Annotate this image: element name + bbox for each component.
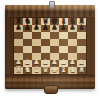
white-king[interactable]: ♚ (51, 66, 58, 74)
black-pawn[interactable]: ♟ (69, 24, 75, 31)
square-h1[interactable]: ♜ (77, 67, 86, 74)
square-c6[interactable] (32, 32, 41, 39)
hinge-clasp-icon (49, 1, 55, 9)
black-pawn[interactable]: ♟ (15, 24, 21, 31)
square-d6[interactable] (41, 32, 50, 39)
square-c4[interactable] (32, 46, 41, 53)
square-g7[interactable]: ♟ (68, 25, 77, 32)
square-g5[interactable] (68, 39, 77, 46)
square-h4[interactable] (77, 46, 86, 53)
black-pawn[interactable]: ♟ (60, 24, 66, 31)
square-b1[interactable]: ♞ (23, 67, 32, 74)
black-pawn[interactable]: ♟ (51, 24, 57, 31)
square-h7[interactable]: ♟ (77, 25, 86, 32)
white-rook[interactable]: ♜ (78, 66, 85, 74)
square-d5[interactable] (41, 39, 50, 46)
white-knight[interactable]: ♞ (24, 66, 31, 74)
square-a4[interactable] (14, 46, 23, 53)
chess-board: ♜♞♝♛♚♝♞♜♟♟♟♟♟♟♟♟♟♟♟♟♟♟♟♟♜♞♝♛♚♝♞♜ (13, 17, 87, 75)
square-d7[interactable]: ♟ (41, 25, 50, 32)
black-pawn[interactable]: ♟ (42, 24, 48, 31)
square-e5[interactable] (50, 39, 59, 46)
square-f5[interactable] (59, 39, 68, 46)
square-f4[interactable] (59, 46, 68, 53)
square-b5[interactable] (23, 39, 32, 46)
black-pawn[interactable]: ♟ (78, 24, 84, 31)
square-f6[interactable] (59, 32, 68, 39)
square-b4[interactable] (23, 46, 32, 53)
white-bishop[interactable]: ♝ (33, 66, 40, 74)
square-c5[interactable] (32, 39, 41, 46)
wooden-chess-box: ♜♞♝♛♚♝♞♜♟♟♟♟♟♟♟♟♟♟♟♟♟♟♟♟♜♞♝♛♚♝♞♜ (5, 5, 95, 89)
square-b6[interactable] (23, 32, 32, 39)
chess-box-photo: ♜♞♝♛♚♝♞♜♟♟♟♟♟♟♟♟♟♟♟♟♟♟♟♟♜♞♝♛♚♝♞♜ (0, 0, 100, 100)
square-a7[interactable]: ♟ (14, 25, 23, 32)
white-knight[interactable]: ♞ (69, 66, 76, 74)
square-d4[interactable] (41, 46, 50, 53)
square-a1[interactable]: ♜ (14, 67, 23, 74)
square-a6[interactable] (14, 32, 23, 39)
square-e7[interactable]: ♟ (50, 25, 59, 32)
square-g6[interactable] (68, 32, 77, 39)
square-h5[interactable] (77, 39, 86, 46)
square-g4[interactable] (68, 46, 77, 53)
black-pawn[interactable]: ♟ (33, 24, 39, 31)
black-pawn[interactable]: ♟ (24, 24, 30, 31)
square-e6[interactable] (50, 32, 59, 39)
white-bishop[interactable]: ♝ (60, 66, 67, 74)
white-queen[interactable]: ♛ (42, 66, 49, 74)
square-e1[interactable]: ♚ (50, 67, 59, 74)
square-c1[interactable]: ♝ (32, 67, 41, 74)
square-h6[interactable] (77, 32, 86, 39)
square-a5[interactable] (14, 39, 23, 46)
white-rook[interactable]: ♜ (15, 66, 22, 74)
square-f7[interactable]: ♟ (59, 25, 68, 32)
square-c7[interactable]: ♟ (32, 25, 41, 32)
square-g1[interactable]: ♞ (68, 67, 77, 74)
box-latch (44, 85, 58, 94)
square-b7[interactable]: ♟ (23, 25, 32, 32)
square-d1[interactable]: ♛ (41, 67, 50, 74)
square-e4[interactable] (50, 46, 59, 53)
square-f1[interactable]: ♝ (59, 67, 68, 74)
